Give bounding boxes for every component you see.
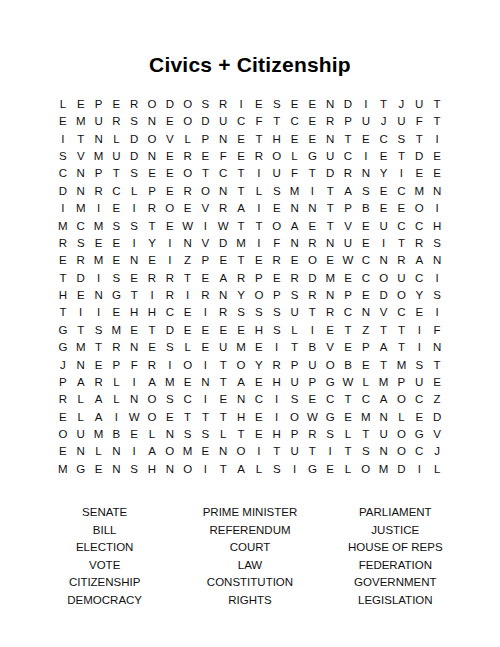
grid-cell-r22c1[interactable]: M <box>54 461 72 478</box>
grid-cell-r5c18[interactable]: N <box>357 166 375 183</box>
grid-cell-r12c15[interactable]: R <box>303 287 321 304</box>
grid-cell-r3c5[interactable]: D <box>125 131 143 148</box>
grid-cell-r3c16[interactable]: N <box>321 131 339 148</box>
grid-cell-r6c15[interactable]: I <box>303 183 321 200</box>
grid-cell-r5c22[interactable]: E <box>428 166 446 183</box>
grid-cell-r14c2[interactable]: T <box>72 322 90 339</box>
grid-cell-r11c3[interactable]: I <box>90 270 108 287</box>
grid-cell-r21c6[interactable]: A <box>143 444 161 461</box>
grid-cell-r7c14[interactable]: N <box>286 200 304 217</box>
grid-cell-r11c7[interactable]: R <box>161 270 179 287</box>
grid-cell-r4c21[interactable]: D <box>410 148 428 165</box>
grid-cell-r2c21[interactable]: F <box>410 113 428 130</box>
grid-cell-r4c22[interactable]: E <box>428 148 446 165</box>
grid-cell-r10c1[interactable]: E <box>54 252 72 269</box>
grid-cell-r17c8[interactable]: E <box>179 374 197 391</box>
grid-cell-r20c18[interactable]: T <box>357 426 375 443</box>
grid-cell-r14c4[interactable]: M <box>107 322 125 339</box>
grid-cell-r12c21[interactable]: Y <box>410 287 428 304</box>
grid-cell-r8c12[interactable]: T <box>250 218 268 235</box>
grid-cell-r11c20[interactable]: U <box>393 270 411 287</box>
grid-cell-r6c6[interactable]: P <box>143 183 161 200</box>
grid-cell-r12c17[interactable]: P <box>339 287 357 304</box>
grid-cell-r17c13[interactable]: H <box>268 374 286 391</box>
grid-cell-r2c5[interactable]: S <box>125 113 143 130</box>
grid-cell-r15c9[interactable]: E <box>197 339 215 356</box>
grid-cell-r12c18[interactable]: E <box>357 287 375 304</box>
grid-cell-r8c4[interactable]: S <box>107 218 125 235</box>
grid-cell-r11c6[interactable]: R <box>143 270 161 287</box>
grid-cell-r19c6[interactable]: O <box>143 409 161 426</box>
grid-cell-r3c11[interactable]: E <box>232 131 250 148</box>
grid-cell-r11c12[interactable]: P <box>250 270 268 287</box>
grid-cell-r9c6[interactable]: Y <box>143 235 161 252</box>
grid-cell-r21c10[interactable]: N <box>214 444 232 461</box>
grid-cell-r16c14[interactable]: P <box>286 357 304 374</box>
grid-cell-r17c3[interactable]: R <box>90 374 108 391</box>
grid-cell-r7c2[interactable]: M <box>72 200 90 217</box>
grid-cell-r22c15[interactable]: G <box>303 461 321 478</box>
grid-cell-r9c10[interactable]: D <box>214 235 232 252</box>
grid-cell-r2c13[interactable]: T <box>268 113 286 130</box>
grid-cell-r5c12[interactable]: I <box>250 166 268 183</box>
grid-cell-r1c7[interactable]: D <box>161 96 179 113</box>
grid-cell-r13c13[interactable]: S <box>268 305 286 322</box>
grid-cell-r12c8[interactable]: I <box>179 287 197 304</box>
grid-cell-r7c21[interactable]: O <box>410 200 428 217</box>
grid-cell-r18c4[interactable]: L <box>107 391 125 408</box>
grid-cell-r6c19[interactable]: E <box>375 183 393 200</box>
grid-cell-r3c7[interactable]: V <box>161 131 179 148</box>
grid-cell-r13c9[interactable]: I <box>197 305 215 322</box>
grid-cell-r10c20[interactable]: R <box>393 252 411 269</box>
grid-cell-r15c19[interactable]: A <box>375 339 393 356</box>
grid-cell-r13c22[interactable]: I <box>428 305 446 322</box>
grid-cell-r15c10[interactable]: U <box>214 339 232 356</box>
grid-cell-r10c2[interactable]: R <box>72 252 90 269</box>
grid-cell-r13c14[interactable]: U <box>286 305 304 322</box>
grid-cell-r16c19[interactable]: T <box>375 357 393 374</box>
grid-cell-r22c16[interactable]: E <box>321 461 339 478</box>
grid-cell-r21c9[interactable]: E <box>197 444 215 461</box>
grid-cell-r21c19[interactable]: N <box>375 444 393 461</box>
grid-cell-r11c21[interactable]: C <box>410 270 428 287</box>
grid-cell-r1c6[interactable]: O <box>143 96 161 113</box>
grid-cell-r4c6[interactable]: N <box>143 148 161 165</box>
grid-cell-r2c6[interactable]: N <box>143 113 161 130</box>
grid-cell-r17c7[interactable]: M <box>161 374 179 391</box>
grid-cell-r6c14[interactable]: M <box>286 183 304 200</box>
grid-cell-r13c7[interactable]: C <box>161 305 179 322</box>
grid-cell-r5c8[interactable]: O <box>179 166 197 183</box>
grid-cell-r12c20[interactable]: O <box>393 287 411 304</box>
grid-cell-r8c21[interactable]: C <box>410 218 428 235</box>
grid-cell-r22c20[interactable]: D <box>393 461 411 478</box>
grid-cell-r8c20[interactable]: C <box>393 218 411 235</box>
grid-cell-r14c17[interactable]: T <box>339 322 357 339</box>
grid-cell-r5c17[interactable]: R <box>339 166 357 183</box>
grid-cell-r6c16[interactable]: T <box>321 183 339 200</box>
grid-cell-r13c5[interactable]: H <box>125 305 143 322</box>
grid-cell-r10c16[interactable]: E <box>321 252 339 269</box>
grid-cell-r19c5[interactable]: W <box>125 409 143 426</box>
grid-cell-r8c7[interactable]: E <box>161 218 179 235</box>
grid-cell-r6c13[interactable]: S <box>268 183 286 200</box>
grid-cell-r11c5[interactable]: E <box>125 270 143 287</box>
grid-cell-r20c22[interactable]: V <box>428 426 446 443</box>
grid-cell-r9c18[interactable]: E <box>357 235 375 252</box>
grid-cell-r15c8[interactable]: L <box>179 339 197 356</box>
grid-cell-r3c10[interactable]: N <box>214 131 232 148</box>
grid-cell-r20c6[interactable]: L <box>143 426 161 443</box>
grid-cell-r16c1[interactable]: J <box>54 357 72 374</box>
grid-cell-r7c13[interactable]: E <box>268 200 286 217</box>
grid-cell-r7c5[interactable]: I <box>125 200 143 217</box>
grid-cell-r13c19[interactable]: V <box>375 305 393 322</box>
grid-cell-r15c1[interactable]: G <box>54 339 72 356</box>
grid-cell-r19c15[interactable]: W <box>303 409 321 426</box>
grid-cell-r18c12[interactable]: C <box>250 391 268 408</box>
grid-cell-r11c4[interactable]: S <box>107 270 125 287</box>
grid-cell-r5c9[interactable]: T <box>197 166 215 183</box>
grid-cell-r14c9[interactable]: E <box>197 322 215 339</box>
grid-cell-r7c15[interactable]: N <box>303 200 321 217</box>
grid-cell-r7c7[interactable]: O <box>161 200 179 217</box>
grid-cell-r13c8[interactable]: E <box>179 305 197 322</box>
grid-cell-r5c1[interactable]: C <box>54 166 72 183</box>
grid-cell-r8c9[interactable]: I <box>197 218 215 235</box>
grid-cell-r14c6[interactable]: T <box>143 322 161 339</box>
grid-cell-r22c17[interactable]: L <box>339 461 357 478</box>
grid-cell-r15c20[interactable]: T <box>393 339 411 356</box>
grid-cell-r7c6[interactable]: R <box>143 200 161 217</box>
grid-cell-r21c11[interactable]: O <box>232 444 250 461</box>
grid-cell-r14c1[interactable]: G <box>54 322 72 339</box>
grid-cell-r18c19[interactable]: A <box>375 391 393 408</box>
grid-cell-r18c13[interactable]: I <box>268 391 286 408</box>
grid-cell-r8c3[interactable]: M <box>90 218 108 235</box>
grid-cell-r9c8[interactable]: N <box>179 235 197 252</box>
grid-cell-r5c5[interactable]: S <box>125 166 143 183</box>
grid-cell-r11c19[interactable]: O <box>375 270 393 287</box>
grid-cell-r14c7[interactable]: D <box>161 322 179 339</box>
grid-cell-r3c18[interactable]: E <box>357 131 375 148</box>
grid-cell-r4c18[interactable]: I <box>357 148 375 165</box>
grid-cell-r11c8[interactable]: T <box>179 270 197 287</box>
grid-cell-r20c5[interactable]: E <box>125 426 143 443</box>
grid-cell-r3c21[interactable]: T <box>410 131 428 148</box>
grid-cell-r3c2[interactable]: T <box>72 131 90 148</box>
grid-cell-r3c13[interactable]: H <box>268 131 286 148</box>
grid-cell-r15c5[interactable]: N <box>125 339 143 356</box>
grid-cell-r18c15[interactable]: E <box>303 391 321 408</box>
grid-cell-r4c14[interactable]: L <box>286 148 304 165</box>
grid-cell-r9c11[interactable]: M <box>232 235 250 252</box>
grid-cell-r17c1[interactable]: P <box>54 374 72 391</box>
grid-cell-r19c8[interactable]: T <box>179 409 197 426</box>
grid-cell-r11c22[interactable]: I <box>428 270 446 287</box>
grid-cell-r5c2[interactable]: N <box>72 166 90 183</box>
grid-cell-r21c12[interactable]: I <box>250 444 268 461</box>
grid-cell-r15c14[interactable]: T <box>286 339 304 356</box>
grid-cell-r10c18[interactable]: C <box>357 252 375 269</box>
grid-cell-r2c8[interactable]: O <box>179 113 197 130</box>
grid-cell-r13c1[interactable]: T <box>54 305 72 322</box>
grid-cell-r19c11[interactable]: H <box>232 409 250 426</box>
grid-cell-r3c9[interactable]: P <box>197 131 215 148</box>
grid-cell-r8c22[interactable]: H <box>428 218 446 235</box>
grid-cell-r1c16[interactable]: N <box>321 96 339 113</box>
grid-cell-r15c11[interactable]: M <box>232 339 250 356</box>
grid-cell-r13c6[interactable]: H <box>143 305 161 322</box>
grid-cell-r18c1[interactable]: R <box>54 391 72 408</box>
grid-cell-r9c14[interactable]: N <box>286 235 304 252</box>
grid-cell-r10c5[interactable]: N <box>125 252 143 269</box>
grid-cell-r16c9[interactable]: I <box>197 357 215 374</box>
grid-cell-r2c18[interactable]: U <box>357 113 375 130</box>
grid-cell-r17c4[interactable]: L <box>107 374 125 391</box>
grid-cell-r9c3[interactable]: E <box>90 235 108 252</box>
grid-cell-r1c22[interactable]: T <box>428 96 446 113</box>
grid-cell-r14c16[interactable]: E <box>321 322 339 339</box>
grid-cell-r8c13[interactable]: O <box>268 218 286 235</box>
grid-cell-r13c3[interactable]: I <box>90 305 108 322</box>
grid-cell-r18c14[interactable]: S <box>286 391 304 408</box>
grid-cell-r7c19[interactable]: E <box>375 200 393 217</box>
grid-cell-r2c22[interactable]: T <box>428 113 446 130</box>
grid-cell-r6c8[interactable]: R <box>179 183 197 200</box>
grid-cell-r19c20[interactable]: L <box>393 409 411 426</box>
grid-cell-r1c13[interactable]: S <box>268 96 286 113</box>
grid-cell-r11c9[interactable]: E <box>197 270 215 287</box>
grid-cell-r17c21[interactable]: U <box>410 374 428 391</box>
grid-cell-r2c12[interactable]: F <box>250 113 268 130</box>
grid-cell-r18c17[interactable]: T <box>339 391 357 408</box>
grid-cell-r3c17[interactable]: T <box>339 131 357 148</box>
grid-cell-r9c5[interactable]: I <box>125 235 143 252</box>
grid-cell-r10c17[interactable]: W <box>339 252 357 269</box>
grid-cell-r8c6[interactable]: T <box>143 218 161 235</box>
grid-cell-r14c22[interactable]: F <box>428 322 446 339</box>
grid-cell-r1c4[interactable]: E <box>107 96 125 113</box>
grid-cell-r14c10[interactable]: E <box>214 322 232 339</box>
grid-cell-r12c19[interactable]: D <box>375 287 393 304</box>
grid-cell-r4c10[interactable]: F <box>214 148 232 165</box>
grid-cell-r11c18[interactable]: C <box>357 270 375 287</box>
grid-cell-r15c3[interactable]: T <box>90 339 108 356</box>
grid-cell-r3c12[interactable]: T <box>250 131 268 148</box>
grid-cell-r16c20[interactable]: M <box>393 357 411 374</box>
grid-cell-r18c10[interactable]: E <box>214 391 232 408</box>
grid-cell-r14c15[interactable]: I <box>303 322 321 339</box>
grid-cell-r20c1[interactable]: O <box>54 426 72 443</box>
grid-cell-r17c5[interactable]: I <box>125 374 143 391</box>
grid-cell-r20c20[interactable]: O <box>393 426 411 443</box>
grid-cell-r3c22[interactable]: I <box>428 131 446 148</box>
grid-cell-r8c18[interactable]: E <box>357 218 375 235</box>
grid-cell-r4c15[interactable]: G <box>303 148 321 165</box>
grid-cell-r4c19[interactable]: E <box>375 148 393 165</box>
grid-cell-r4c9[interactable]: E <box>197 148 215 165</box>
grid-cell-r8c8[interactable]: W <box>179 218 197 235</box>
grid-cell-r16c7[interactable]: I <box>161 357 179 374</box>
grid-cell-r1c8[interactable]: O <box>179 96 197 113</box>
grid-cell-r7c8[interactable]: E <box>179 200 197 217</box>
grid-cell-r1c2[interactable]: E <box>72 96 90 113</box>
grid-cell-r12c11[interactable]: Y <box>232 287 250 304</box>
grid-cell-r16c5[interactable]: F <box>125 357 143 374</box>
grid-cell-r14c21[interactable]: I <box>410 322 428 339</box>
grid-cell-r10c12[interactable]: E <box>250 252 268 269</box>
grid-cell-r8c10[interactable]: W <box>214 218 232 235</box>
grid-cell-r7c16[interactable]: T <box>321 200 339 217</box>
grid-cell-r22c14[interactable]: I <box>286 461 304 478</box>
grid-cell-r3c4[interactable]: L <box>107 131 125 148</box>
grid-cell-r2c20[interactable]: U <box>393 113 411 130</box>
grid-cell-r13c17[interactable]: C <box>339 305 357 322</box>
grid-cell-r13c15[interactable]: T <box>303 305 321 322</box>
grid-cell-r8c14[interactable]: A <box>286 218 304 235</box>
grid-cell-r4c2[interactable]: V <box>72 148 90 165</box>
grid-cell-r12c2[interactable]: E <box>72 287 90 304</box>
grid-cell-r14c12[interactable]: H <box>250 322 268 339</box>
grid-cell-r11c10[interactable]: A <box>214 270 232 287</box>
grid-cell-r1c18[interactable]: I <box>357 96 375 113</box>
grid-cell-r2c14[interactable]: C <box>286 113 304 130</box>
grid-cell-r2c7[interactable]: E <box>161 113 179 130</box>
grid-cell-r22c4[interactable]: N <box>107 461 125 478</box>
grid-cell-r17c17[interactable]: W <box>339 374 357 391</box>
grid-cell-r17c6[interactable]: A <box>143 374 161 391</box>
grid-cell-r17c16[interactable]: G <box>321 374 339 391</box>
grid-cell-r20c10[interactable]: L <box>214 426 232 443</box>
grid-cell-r19c2[interactable]: L <box>72 409 90 426</box>
grid-cell-r18c3[interactable]: A <box>90 391 108 408</box>
grid-cell-r20c15[interactable]: R <box>303 426 321 443</box>
grid-cell-r16c6[interactable]: R <box>143 357 161 374</box>
grid-cell-r4c1[interactable]: S <box>54 148 72 165</box>
grid-cell-r21c14[interactable]: U <box>286 444 304 461</box>
grid-cell-r16c13[interactable]: R <box>268 357 286 374</box>
grid-cell-r19c21[interactable]: E <box>410 409 428 426</box>
grid-cell-r21c16[interactable]: I <box>321 444 339 461</box>
grid-cell-r4c12[interactable]: R <box>250 148 268 165</box>
grid-cell-r18c11[interactable]: N <box>232 391 250 408</box>
grid-cell-r1c9[interactable]: S <box>197 96 215 113</box>
grid-cell-r14c20[interactable]: T <box>393 322 411 339</box>
grid-cell-r19c13[interactable]: I <box>268 409 286 426</box>
grid-cell-r20c17[interactable]: L <box>339 426 357 443</box>
grid-cell-r5c14[interactable]: F <box>286 166 304 183</box>
grid-cell-r2c3[interactable]: U <box>90 113 108 130</box>
grid-cell-r15c2[interactable]: M <box>72 339 90 356</box>
grid-cell-r11c11[interactable]: R <box>232 270 250 287</box>
grid-cell-r19c10[interactable]: T <box>214 409 232 426</box>
grid-cell-r20c14[interactable]: P <box>286 426 304 443</box>
grid-cell-r21c1[interactable]: E <box>54 444 72 461</box>
grid-cell-r4c11[interactable]: E <box>232 148 250 165</box>
grid-cell-r22c3[interactable]: E <box>90 461 108 478</box>
grid-cell-r6c12[interactable]: L <box>250 183 268 200</box>
grid-cell-r3c8[interactable]: L <box>179 131 197 148</box>
grid-cell-r11c1[interactable]: T <box>54 270 72 287</box>
grid-cell-r21c18[interactable]: S <box>357 444 375 461</box>
grid-cell-r21c3[interactable]: L <box>90 444 108 461</box>
grid-cell-r21c2[interactable]: N <box>72 444 90 461</box>
grid-cell-r5c6[interactable]: E <box>143 166 161 183</box>
grid-cell-r12c9[interactable]: R <box>197 287 215 304</box>
grid-cell-r8c16[interactable]: T <box>321 218 339 235</box>
grid-cell-r6c5[interactable]: L <box>125 183 143 200</box>
grid-cell-r19c14[interactable]: O <box>286 409 304 426</box>
grid-cell-r10c8[interactable]: Z <box>179 252 197 269</box>
grid-cell-r6c3[interactable]: R <box>90 183 108 200</box>
grid-cell-r6c2[interactable]: N <box>72 183 90 200</box>
grid-cell-r1c5[interactable]: R <box>125 96 143 113</box>
grid-cell-r19c12[interactable]: E <box>250 409 268 426</box>
grid-cell-r3c6[interactable]: O <box>143 131 161 148</box>
grid-cell-r19c9[interactable]: T <box>197 409 215 426</box>
grid-cell-r1c12[interactable]: E <box>250 96 268 113</box>
grid-cell-r10c9[interactable]: P <box>197 252 215 269</box>
grid-cell-r3c14[interactable]: E <box>286 131 304 148</box>
grid-cell-r14c14[interactable]: L <box>286 322 304 339</box>
grid-cell-r6c11[interactable]: T <box>232 183 250 200</box>
grid-cell-r19c7[interactable]: E <box>161 409 179 426</box>
grid-cell-r2c1[interactable]: E <box>54 113 72 130</box>
grid-cell-r3c3[interactable]: N <box>90 131 108 148</box>
grid-cell-r19c4[interactable]: I <box>107 409 125 426</box>
grid-cell-r17c15[interactable]: P <box>303 374 321 391</box>
grid-cell-r11c16[interactable]: M <box>321 270 339 287</box>
grid-cell-r4c7[interactable]: E <box>161 148 179 165</box>
grid-cell-r5c20[interactable]: I <box>393 166 411 183</box>
grid-cell-r6c18[interactable]: S <box>357 183 375 200</box>
grid-cell-r15c21[interactable]: I <box>410 339 428 356</box>
grid-cell-r3c19[interactable]: C <box>375 131 393 148</box>
grid-cell-r22c11[interactable]: A <box>232 461 250 478</box>
grid-cell-r10c11[interactable]: T <box>232 252 250 269</box>
grid-cell-r8c1[interactable]: M <box>54 218 72 235</box>
grid-cell-r7c3[interactable]: I <box>90 200 108 217</box>
grid-cell-r2c19[interactable]: J <box>375 113 393 130</box>
grid-cell-r13c21[interactable]: E <box>410 305 428 322</box>
grid-cell-r12c14[interactable]: S <box>286 287 304 304</box>
grid-cell-r7c11[interactable]: A <box>232 200 250 217</box>
grid-cell-r12c22[interactable]: S <box>428 287 446 304</box>
grid-cell-r18c5[interactable]: N <box>125 391 143 408</box>
grid-cell-r11c13[interactable]: E <box>268 270 286 287</box>
word-search-grid[interactable]: LEPERODOSRIESEENDITJUTEMURSNEODUCFTCERPU… <box>54 96 446 478</box>
grid-cell-r12c10[interactable]: N <box>214 287 232 304</box>
grid-cell-r1c21[interactable]: U <box>410 96 428 113</box>
grid-cell-r1c1[interactable]: L <box>54 96 72 113</box>
grid-cell-r7c20[interactable]: E <box>393 200 411 217</box>
grid-cell-r18c21[interactable]: C <box>410 391 428 408</box>
grid-cell-r18c6[interactable]: O <box>143 391 161 408</box>
grid-cell-r22c18[interactable]: O <box>357 461 375 478</box>
grid-cell-r19c22[interactable]: D <box>428 409 446 426</box>
grid-cell-r7c12[interactable]: I <box>250 200 268 217</box>
grid-cell-r7c4[interactable]: E <box>107 200 125 217</box>
grid-cell-r2c15[interactable]: E <box>303 113 321 130</box>
grid-cell-r17c11[interactable]: A <box>232 374 250 391</box>
grid-cell-r17c10[interactable]: T <box>214 374 232 391</box>
grid-cell-r5c7[interactable]: E <box>161 166 179 183</box>
grid-cell-r9c4[interactable]: E <box>107 235 125 252</box>
grid-cell-r13c16[interactable]: R <box>321 305 339 322</box>
grid-cell-r12c13[interactable]: P <box>268 287 286 304</box>
